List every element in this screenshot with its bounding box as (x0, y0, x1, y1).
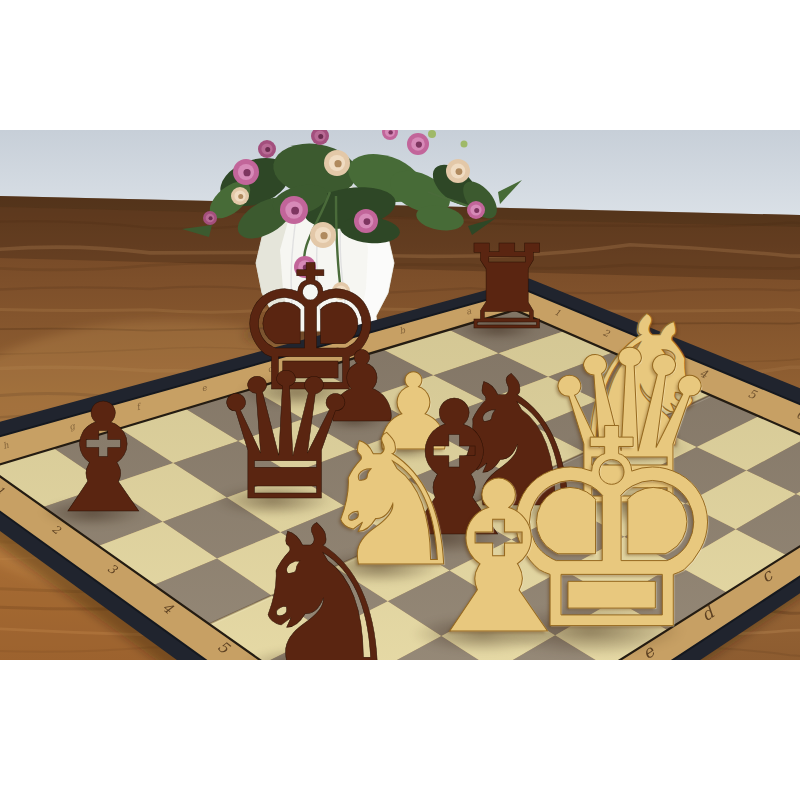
screenshot: 12345678hgfedcba12345678hgfedcba♜♚♟♝♛♟♞♝… (0, 0, 800, 800)
piece-black-knight-h6[interactable]: ♞ (237, 500, 408, 660)
piece-white-bishop-f7[interactable]: ♝ (405, 454, 592, 660)
photo: 12345678hgfedcba12345678hgfedcba♜♚♟♝♛♟♞♝… (0, 130, 800, 660)
piece-black-bishop-h2[interactable]: ♝ (36, 384, 171, 535)
pieces-layer: ♜♚♟♝♛♟♞♝♞♞♛♞♝♚ (0, 130, 800, 660)
